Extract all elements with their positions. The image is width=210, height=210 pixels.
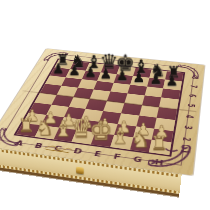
rank-label-7: 7 <box>189 84 198 88</box>
file-label-e: E <box>93 150 102 158</box>
file-label-g: G <box>133 155 143 164</box>
file-label-f: F <box>113 152 122 160</box>
latch-clasp <box>77 166 85 174</box>
rank-label-2: 2 <box>181 137 191 142</box>
rank-label-5: 5 <box>186 104 195 108</box>
chess-set-photo: ♜♞♝♛♚♝♞♜♟♟♟♟♟♟♟♟♟♟♟♟♟♟♟♟♜♞♝♛♚♝♞♜ ABCDEFG… <box>0 0 210 210</box>
rank-label-4: 4 <box>184 114 194 118</box>
rank-label-3: 3 <box>182 125 192 130</box>
corner-ornament-top-right-icon <box>176 64 201 78</box>
rank-label-6: 6 <box>187 94 196 98</box>
chess-board: ♜♞♝♛♚♝♞♜♟♟♟♟♟♟♟♟♟♟♟♟♟♟♟♟♜♞♝♛♚♝♞♜ ABCDEFG… <box>0 49 205 176</box>
